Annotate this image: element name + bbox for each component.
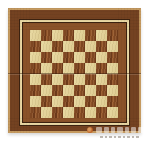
square-g3 — [96, 85, 107, 96]
square-h5 — [107, 63, 118, 74]
square-g2 — [96, 96, 107, 107]
watermark-subtext-blob — [109, 136, 112, 138]
square-b2 — [41, 96, 52, 107]
square-f6 — [85, 52, 96, 63]
square-e3 — [74, 85, 85, 96]
watermark-subtext-blob — [123, 136, 126, 138]
watermark-glyph-blob — [146, 127, 150, 133]
watermark-subtext-blob — [127, 136, 130, 138]
square-h1 — [107, 107, 118, 118]
square-c4 — [52, 74, 63, 85]
square-e7 — [74, 41, 85, 52]
watermark-subtext-blob — [105, 136, 108, 138]
square-h3 — [107, 85, 118, 96]
square-d6 — [63, 52, 74, 63]
square-g8 — [96, 30, 107, 41]
product-photo — [0, 0, 150, 150]
board-frame-inner-band — [23, 23, 126, 122]
square-b3 — [41, 85, 52, 96]
square-h7 — [107, 41, 118, 52]
square-a5 — [30, 63, 41, 74]
square-b7 — [41, 41, 52, 52]
watermark-glyph-blob — [96, 127, 102, 133]
watermark-glyph-blob — [138, 127, 144, 133]
watermark-subtext-blob — [100, 136, 103, 138]
square-h8 — [107, 30, 118, 41]
square-e4 — [74, 74, 85, 85]
watermark-glyph-blob — [104, 127, 109, 133]
square-c3 — [52, 85, 63, 96]
watermark-glyph-blob — [125, 127, 129, 133]
square-f1 — [85, 107, 96, 118]
board-frame-outer-edge — [8, 8, 141, 133]
square-a7 — [30, 41, 41, 52]
square-b8 — [41, 30, 52, 41]
square-f7 — [85, 41, 96, 52]
board-frame-walnut-band — [10, 10, 139, 131]
watermark-glyph-blob — [111, 127, 115, 133]
square-a8 — [30, 30, 41, 41]
square-g7 — [96, 41, 107, 52]
chessboard — [8, 8, 141, 133]
square-e2 — [74, 96, 85, 107]
square-g1 — [96, 107, 107, 118]
square-f4 — [85, 74, 96, 85]
square-a3 — [30, 85, 41, 96]
square-f3 — [85, 85, 96, 96]
square-d8 — [63, 30, 74, 41]
square-a4 — [30, 74, 41, 85]
square-b5 — [41, 63, 52, 74]
square-a6 — [30, 52, 41, 63]
square-b4 — [41, 74, 52, 85]
square-d1 — [63, 107, 74, 118]
square-e5 — [74, 63, 85, 74]
board-frame-inlay-line-outer — [19, 19, 130, 126]
square-g5 — [96, 63, 107, 74]
square-h4 — [107, 74, 118, 85]
square-h6 — [107, 52, 118, 63]
watermark-text-illegible — [96, 127, 150, 133]
square-d4 — [63, 74, 74, 85]
watermark-glyph-blob — [117, 127, 123, 133]
square-b1 — [41, 107, 52, 118]
square-d3 — [63, 85, 74, 96]
square-e6 — [74, 52, 85, 63]
watermark-subtext-blob — [118, 136, 121, 138]
square-g4 — [96, 74, 107, 85]
square-c5 — [52, 63, 63, 74]
square-c6 — [52, 52, 63, 63]
square-a1 — [30, 107, 41, 118]
board-frame-inlay-line-inner — [22, 22, 127, 123]
square-d2 — [63, 96, 74, 107]
watermark-subtext-blob — [136, 136, 139, 138]
watermark-subtext-blob — [132, 136, 135, 138]
square-h2 — [107, 96, 118, 107]
watermark-subtext-blob — [114, 136, 117, 138]
board-frame-maple-inlay — [20, 20, 129, 125]
square-c1 — [52, 107, 63, 118]
square-d7 — [63, 41, 74, 52]
board-grid — [30, 30, 118, 118]
square-f5 — [85, 63, 96, 74]
square-c7 — [52, 41, 63, 52]
square-e8 — [74, 30, 85, 41]
square-d5 — [63, 63, 74, 74]
square-e1 — [74, 107, 85, 118]
square-f2 — [85, 96, 96, 107]
watermark — [86, 125, 150, 139]
watermark-logo-icon — [87, 127, 93, 133]
square-a2 — [30, 96, 41, 107]
square-g6 — [96, 52, 107, 63]
watermark-glyph-blob — [131, 127, 136, 133]
watermark-subtext-illegible — [100, 136, 139, 138]
square-b6 — [41, 52, 52, 63]
square-f8 — [85, 30, 96, 41]
square-c2 — [52, 96, 63, 107]
square-c8 — [52, 30, 63, 41]
